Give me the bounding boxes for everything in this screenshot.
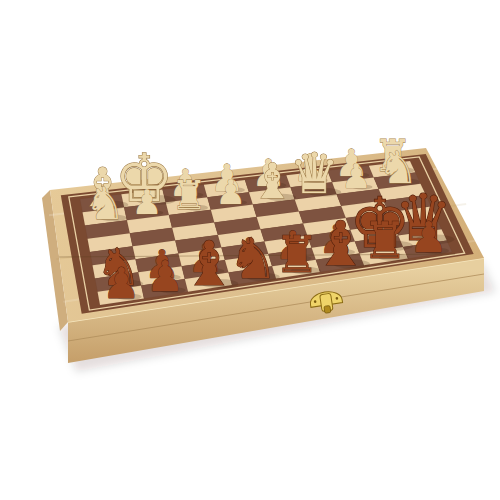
chess-set-photo: ♝♚♟♟♟♟♟♜♞♟♜♟♝♛♟♞♞♟♟♟♟♟♚♛♟♟♝♞♜♝♜♟ [0, 0, 500, 500]
piece-glyph: ♟ [132, 182, 162, 222]
piece-glyph: ♞ [228, 226, 278, 291]
piece-white-rook: ♜ [171, 172, 208, 218]
piece-glyph: ♝ [313, 208, 368, 279]
piece-glyph: ♝ [251, 153, 295, 210]
piece-black-pawn: ♟ [146, 252, 185, 301]
piece-glyph: ♛ [289, 141, 339, 206]
piece-white-knight: ♞ [85, 177, 127, 230]
piece-glyph: ♜ [362, 212, 407, 270]
piece-glyph: ♞ [85, 177, 125, 230]
piece-black-pawn: ♟ [102, 259, 141, 308]
piece-glyph: ♟ [146, 252, 184, 301]
piece-white-pawn: ♟ [132, 182, 164, 222]
clasp-hook [324, 305, 331, 313]
piece-white-queen: ♛ [289, 141, 341, 206]
piece-white-pawn: ♟ [215, 172, 247, 212]
piece-glyph: ♟ [102, 259, 140, 308]
piece-glyph: ♜ [171, 172, 207, 218]
piece-black-knight: ♞ [228, 226, 280, 291]
product-photo-page: ♝♚♟♟♟♟♟♜♞♟♜♟♝♛♟♞♞♟♟♟♟♟♚♛♟♟♝♞♜♝♜♟ [0, 0, 500, 500]
piece-glyph: ♟ [409, 213, 447, 262]
piece-black-rook: ♜ [362, 212, 408, 270]
piece-glyph: ♟ [215, 172, 245, 212]
piece-black-pawn: ♟ [409, 213, 448, 262]
